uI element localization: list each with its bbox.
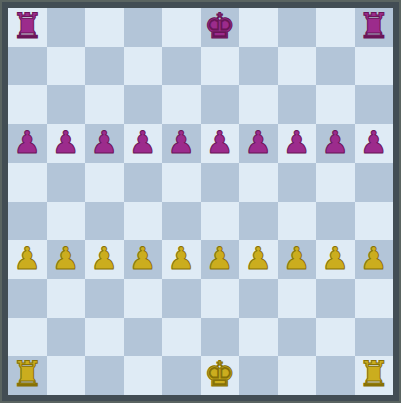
square-i9[interactable] [316,47,355,86]
square-i5[interactable] [316,202,355,241]
square-c8[interactable] [85,85,124,124]
gold-pawn-a4[interactable]: ♟ [13,243,41,274]
gold-rook-a1[interactable]: ♜ [12,357,43,392]
square-j3[interactable] [355,279,394,318]
gold-pawn-e4[interactable]: ♟ [167,243,195,274]
square-i8[interactable] [316,85,355,124]
square-b1[interactable] [47,356,86,395]
square-e8[interactable] [162,85,201,124]
purple-pawn-f7[interactable]: ♟ [206,127,234,158]
square-f6[interactable] [201,163,240,202]
purple-pawn-a7[interactable]: ♟ [13,127,41,158]
square-g3[interactable] [239,279,278,318]
square-g7[interactable]: ♟ [239,124,278,163]
square-j5[interactable] [355,202,394,241]
square-d1[interactable] [124,356,163,395]
square-e2[interactable] [162,318,201,357]
square-d5[interactable] [124,202,163,241]
square-g4[interactable]: ♟ [239,240,278,279]
square-g6[interactable] [239,163,278,202]
square-i2[interactable] [316,318,355,357]
square-c9[interactable] [85,47,124,86]
square-j4[interactable]: ♟ [355,240,394,279]
square-a6[interactable] [8,163,47,202]
square-d4[interactable]: ♟ [124,240,163,279]
square-j1[interactable]: ♜ [355,356,394,395]
square-f7[interactable]: ♟ [201,124,240,163]
purple-pawn-h7[interactable]: ♟ [283,127,311,158]
purple-pawn-g7[interactable]: ♟ [244,127,272,158]
purple-pawn-b7[interactable]: ♟ [52,127,80,158]
chess-board: ♜♚♜♟♟♟♟♟♟♟♟♟♟♟♟♟♟♟♟♟♟♟♟♜♚♜ [8,8,393,395]
gold-pawn-b4[interactable]: ♟ [52,243,80,274]
purple-pawn-c7[interactable]: ♟ [90,127,118,158]
purple-pawn-e7[interactable]: ♟ [167,127,195,158]
square-j2[interactable] [355,318,394,357]
square-f3[interactable] [201,279,240,318]
square-d2[interactable] [124,318,163,357]
square-f10[interactable]: ♚ [201,8,240,47]
square-a7[interactable]: ♟ [8,124,47,163]
square-f8[interactable] [201,85,240,124]
square-a5[interactable] [8,202,47,241]
square-j10[interactable]: ♜ [355,8,394,47]
square-d8[interactable] [124,85,163,124]
square-h10[interactable] [278,8,317,47]
purple-pawn-d7[interactable]: ♟ [129,127,157,158]
square-b5[interactable] [47,202,86,241]
gold-pawn-c4[interactable]: ♟ [90,243,118,274]
square-b4[interactable]: ♟ [47,240,86,279]
square-e9[interactable] [162,47,201,86]
square-a9[interactable] [8,47,47,86]
square-g9[interactable] [239,47,278,86]
square-a10[interactable]: ♜ [8,8,47,47]
square-i1[interactable] [316,356,355,395]
square-j7[interactable]: ♟ [355,124,394,163]
square-b6[interactable] [47,163,86,202]
square-i10[interactable] [316,8,355,47]
square-h3[interactable] [278,279,317,318]
square-f4[interactable]: ♟ [201,240,240,279]
square-f9[interactable] [201,47,240,86]
square-e5[interactable] [162,202,201,241]
square-c5[interactable] [85,202,124,241]
square-c1[interactable] [85,356,124,395]
square-b10[interactable] [47,8,86,47]
square-e10[interactable] [162,8,201,47]
purple-rook-j10[interactable]: ♜ [358,9,389,44]
square-h8[interactable] [278,85,317,124]
square-c7[interactable]: ♟ [85,124,124,163]
square-f2[interactable] [201,318,240,357]
square-a3[interactable] [8,279,47,318]
square-f5[interactable] [201,202,240,241]
square-c4[interactable]: ♟ [85,240,124,279]
square-g1[interactable] [239,356,278,395]
square-b9[interactable] [47,47,86,86]
square-e4[interactable]: ♟ [162,240,201,279]
purple-king-f10[interactable]: ♚ [204,9,235,44]
gold-pawn-f4[interactable]: ♟ [206,243,234,274]
gold-pawn-j4[interactable]: ♟ [360,243,388,274]
square-j6[interactable] [355,163,394,202]
square-h7[interactable]: ♟ [278,124,317,163]
gold-pawn-h4[interactable]: ♟ [283,243,311,274]
square-i3[interactable] [316,279,355,318]
square-d10[interactable] [124,8,163,47]
purple-pawn-j7[interactable]: ♟ [360,127,388,158]
gold-pawn-g4[interactable]: ♟ [244,243,272,274]
purple-rook-a10[interactable]: ♜ [12,9,43,44]
square-g5[interactable] [239,202,278,241]
square-b8[interactable] [47,85,86,124]
square-d6[interactable] [124,163,163,202]
square-h9[interactable] [278,47,317,86]
square-i4[interactable]: ♟ [316,240,355,279]
square-b2[interactable] [47,318,86,357]
square-e7[interactable]: ♟ [162,124,201,163]
square-a2[interactable] [8,318,47,357]
square-i6[interactable] [316,163,355,202]
square-c10[interactable] [85,8,124,47]
square-h2[interactable] [278,318,317,357]
purple-pawn-i7[interactable]: ♟ [321,127,349,158]
gold-rook-j1[interactable]: ♜ [358,357,389,392]
gold-king-f1[interactable]: ♚ [204,357,235,392]
square-e3[interactable] [162,279,201,318]
square-a1[interactable]: ♜ [8,356,47,395]
square-e6[interactable] [162,163,201,202]
gold-pawn-d4[interactable]: ♟ [129,243,157,274]
square-g8[interactable] [239,85,278,124]
square-j8[interactable] [355,85,394,124]
square-b7[interactable]: ♟ [47,124,86,163]
gold-pawn-i4[interactable]: ♟ [321,243,349,274]
square-d9[interactable] [124,47,163,86]
square-h4[interactable]: ♟ [278,240,317,279]
board-frame: ♜♚♜♟♟♟♟♟♟♟♟♟♟♟♟♟♟♟♟♟♟♟♟♜♚♜ [0,0,401,403]
square-i7[interactable]: ♟ [316,124,355,163]
square-d3[interactable] [124,279,163,318]
square-g10[interactable] [239,8,278,47]
square-f1[interactable]: ♚ [201,356,240,395]
square-e1[interactable] [162,356,201,395]
square-h6[interactable] [278,163,317,202]
square-h1[interactable] [278,356,317,395]
square-j9[interactable] [355,47,394,86]
square-a8[interactable] [8,85,47,124]
square-c3[interactable] [85,279,124,318]
square-c2[interactable] [85,318,124,357]
square-h5[interactable] [278,202,317,241]
square-b3[interactable] [47,279,86,318]
square-g2[interactable] [239,318,278,357]
square-a4[interactable]: ♟ [8,240,47,279]
square-d7[interactable]: ♟ [124,124,163,163]
square-c6[interactable] [85,163,124,202]
